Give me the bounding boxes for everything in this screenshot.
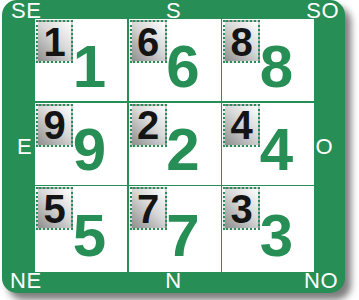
board-canvas: SE S SO E O NE N NO 1 1 6 6 8 8 9 9 <box>0 0 359 300</box>
grid-cell-r1c2[interactable]: 6 6 <box>129 19 221 101</box>
clue-box: 6 <box>130 20 167 63</box>
cell-number: 2 <box>166 120 199 180</box>
clue-number: 2 <box>137 105 159 145</box>
compass-frame: SE S SO E O NE N NO 1 1 6 6 8 8 9 9 <box>2 0 345 293</box>
clue-number: 5 <box>43 189 65 229</box>
clue-number: 1 <box>43 22 65 62</box>
compass-label-no: NO <box>304 271 338 291</box>
cell-number: 9 <box>73 120 106 180</box>
grid-cell-r1c1[interactable]: 1 1 <box>35 19 127 101</box>
clue-box: 9 <box>36 104 73 147</box>
cell-number: 1 <box>73 37 106 97</box>
grid-cell-r1c3[interactable]: 8 8 <box>222 19 314 101</box>
grid-cell-r2c3[interactable]: 4 4 <box>222 103 314 185</box>
compass-label-so: SO <box>306 1 339 21</box>
cell-number: 5 <box>73 206 106 266</box>
clue-number: 6 <box>137 22 159 62</box>
cell-number: 7 <box>166 206 199 266</box>
clue-box: 7 <box>130 187 167 230</box>
compass-label-o: O <box>315 137 333 157</box>
grid-cell-r2c2[interactable]: 2 2 <box>129 103 221 185</box>
clue-box: 1 <box>36 20 73 63</box>
clue-number: 3 <box>230 189 252 229</box>
clue-number: 7 <box>137 189 159 229</box>
puzzle-grid: 1 1 6 6 8 8 9 9 2 2 4 4 <box>35 19 314 272</box>
grid-cell-r3c2[interactable]: 7 7 <box>129 186 221 272</box>
clue-box: 4 <box>223 104 260 147</box>
clue-box: 5 <box>36 187 73 230</box>
compass-label-e: E <box>17 137 32 157</box>
clue-number: 4 <box>230 105 252 145</box>
grid-cell-r3c3[interactable]: 3 3 <box>222 186 314 272</box>
compass-label-s: S <box>166 1 181 21</box>
cell-number: 3 <box>260 206 293 266</box>
cell-number: 4 <box>260 120 293 180</box>
clue-number: 8 <box>230 22 252 62</box>
clue-box: 8 <box>223 20 260 63</box>
cell-number: 8 <box>260 37 293 97</box>
compass-label-se: SE <box>11 1 41 21</box>
clue-number: 9 <box>43 105 65 145</box>
cell-number: 6 <box>166 37 199 97</box>
compass-label-ne: NE <box>10 271 42 291</box>
grid-cell-r3c1[interactable]: 5 5 <box>35 186 127 272</box>
grid-cell-r2c1[interactable]: 9 9 <box>35 103 127 185</box>
compass-label-n: N <box>165 271 181 291</box>
clue-box: 2 <box>130 104 167 147</box>
clue-box: 3 <box>223 187 260 230</box>
